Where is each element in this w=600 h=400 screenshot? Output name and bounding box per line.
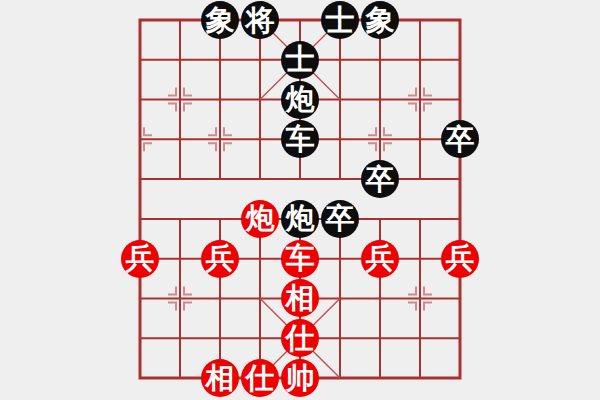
piece-black-chariot[interactable]: 车 [281,120,319,158]
piece-black-elephant[interactable]: 象 [361,1,399,39]
piece-red-cannon[interactable]: 炮 [241,200,279,238]
piece-black-cannon[interactable]: 炮 [281,81,319,119]
piece-black-soldier[interactable]: 卒 [441,120,479,158]
piece-red-chariot[interactable]: 车 [281,240,319,278]
piece-red-advisor[interactable]: 仕 [241,359,279,397]
piece-red-soldier[interactable]: 兵 [201,240,239,278]
piece-black-elephant[interactable]: 象 [201,1,239,39]
piece-black-cannon[interactable]: 炮 [281,200,319,238]
piece-black-advisor[interactable]: 士 [321,1,359,39]
piece-red-elephant[interactable]: 相 [201,359,239,397]
pieces-layer: 象将士象士炮车卒卒炮炮卒兵兵车兵兵相仕相仕帅 [0,0,600,400]
piece-red-soldier[interactable]: 兵 [121,240,159,278]
piece-black-general[interactable]: 将 [241,1,279,39]
piece-red-soldier[interactable]: 兵 [441,240,479,278]
piece-red-advisor[interactable]: 仕 [281,319,319,357]
piece-red-king[interactable]: 帅 [281,359,319,397]
piece-black-soldier[interactable]: 卒 [321,200,359,238]
piece-black-advisor[interactable]: 士 [281,41,319,79]
piece-red-elephant[interactable]: 相 [281,279,319,317]
piece-red-soldier[interactable]: 兵 [361,240,399,278]
piece-black-soldier[interactable]: 卒 [361,160,399,198]
xiangqi-board-screen: 象将士象士炮车卒卒炮炮卒兵兵车兵兵相仕相仕帅 [0,0,600,400]
